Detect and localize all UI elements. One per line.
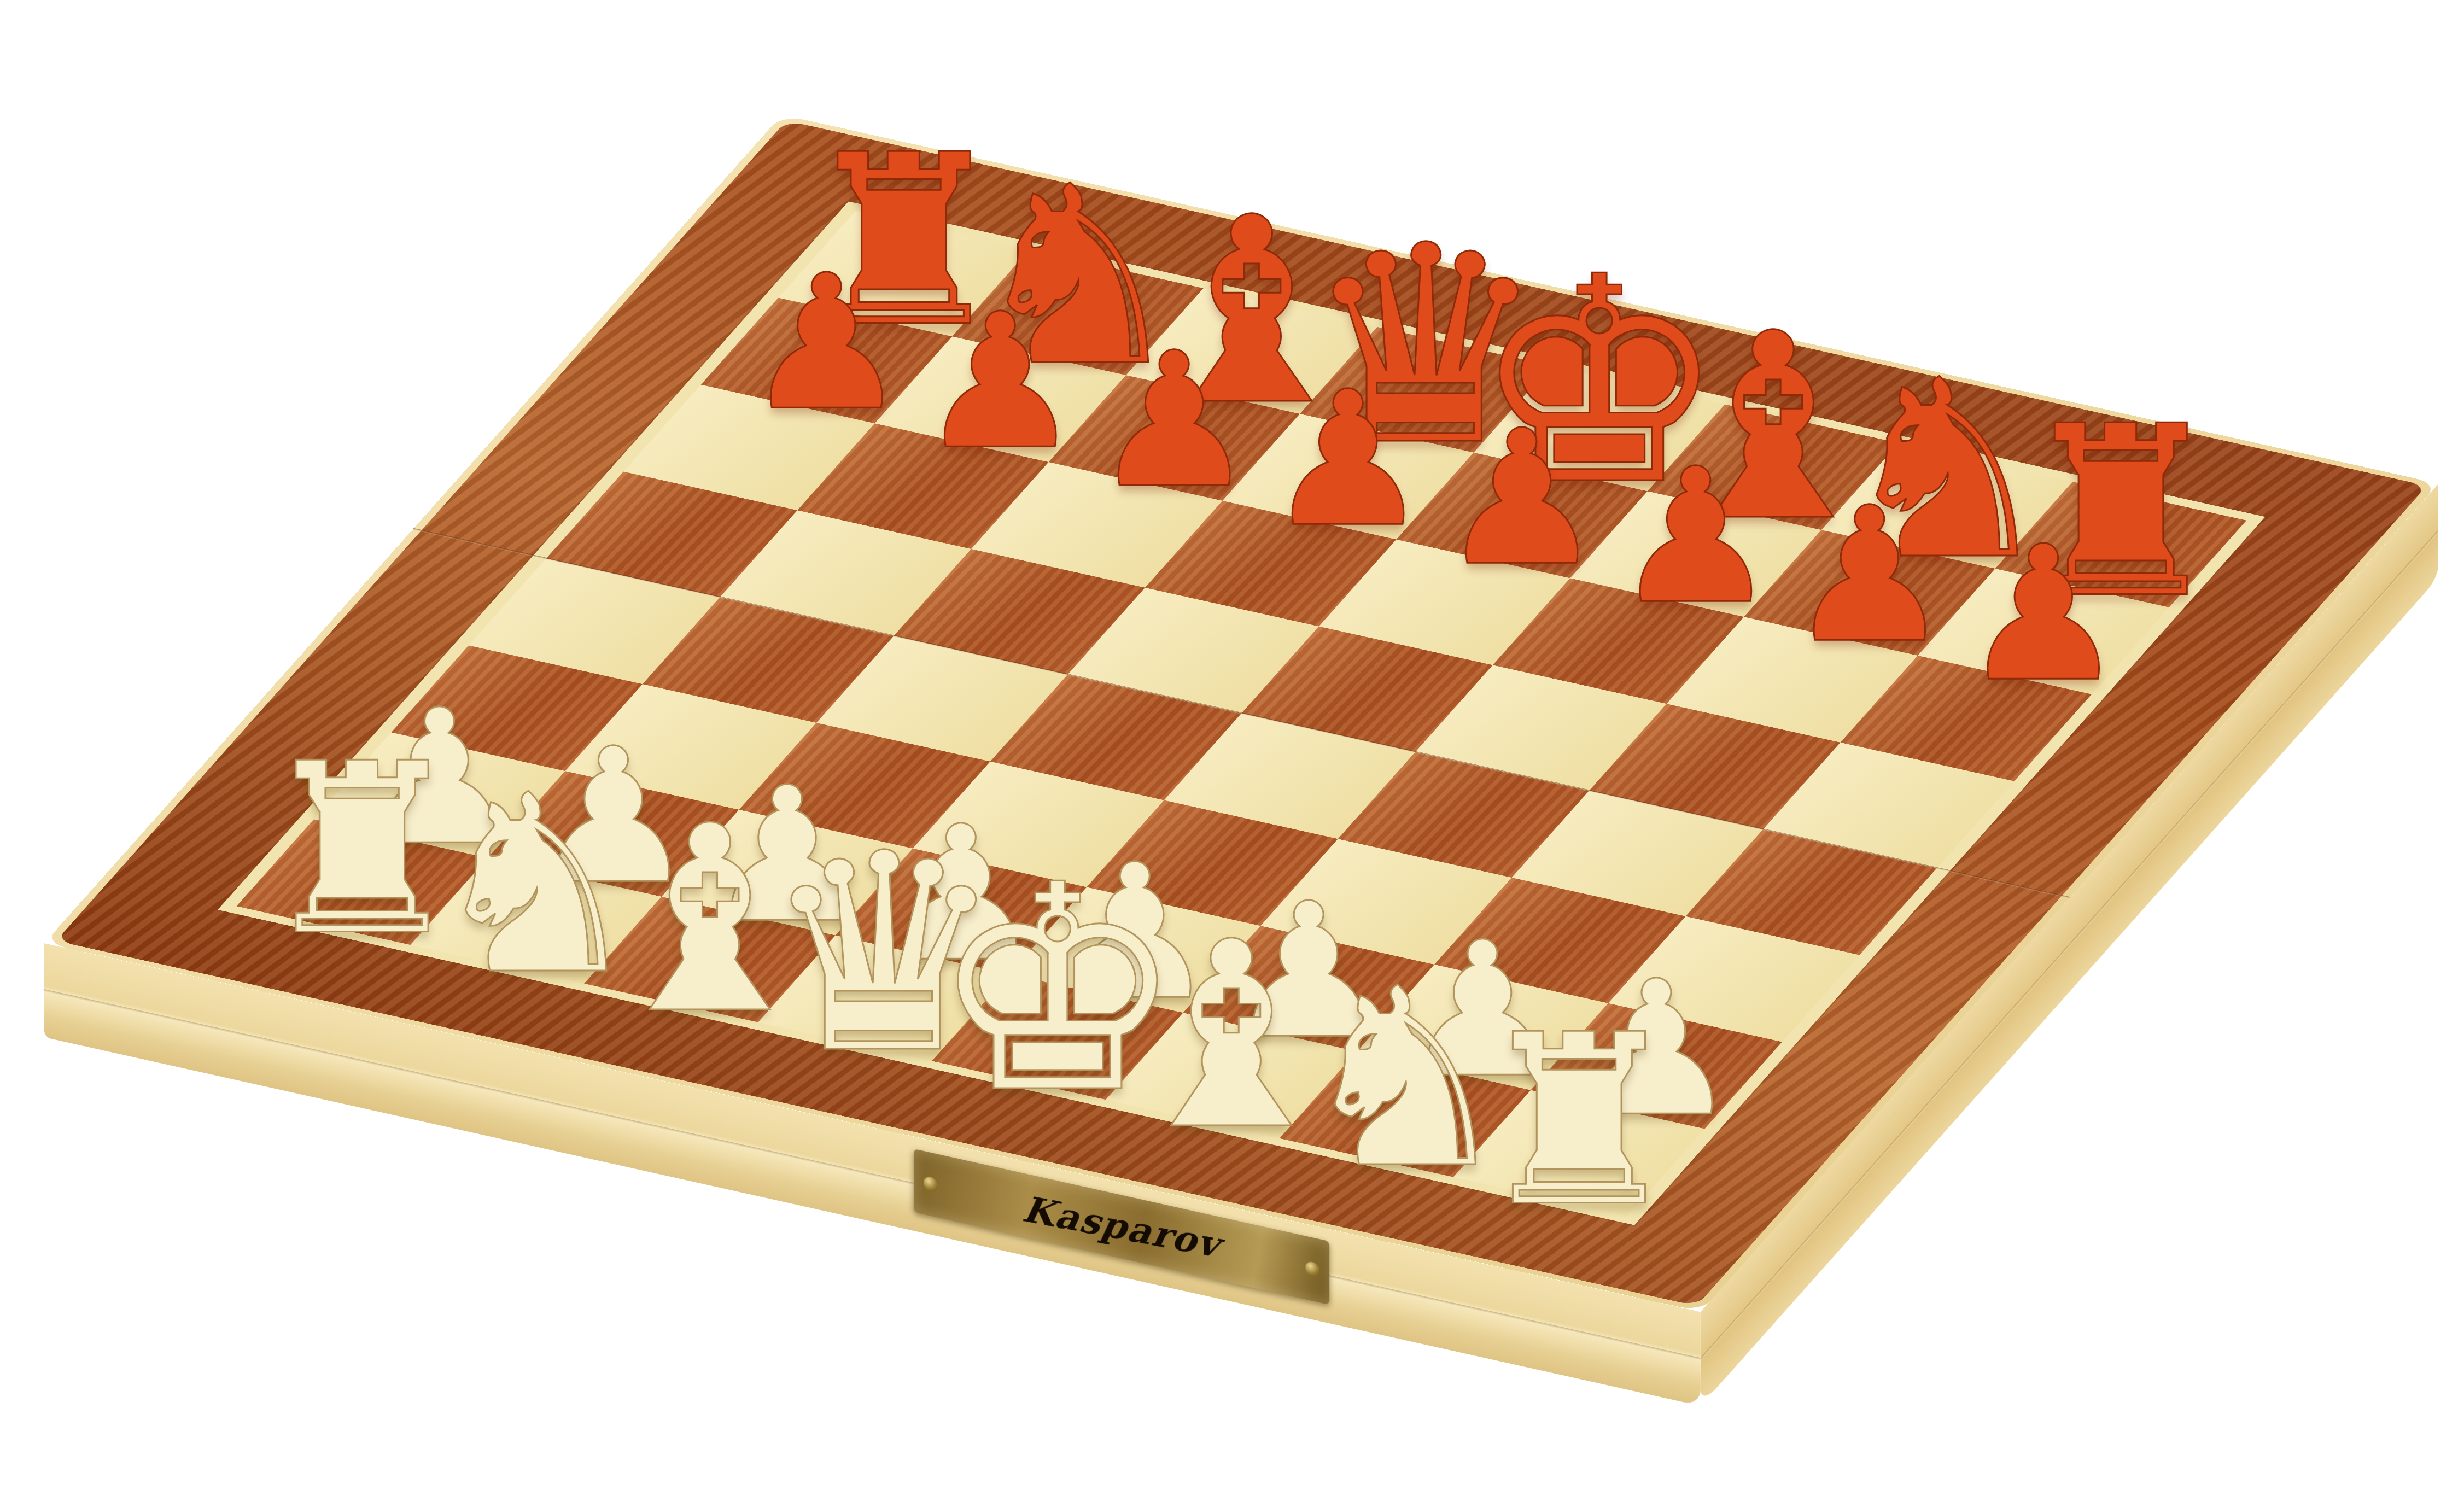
piece-red-pawn-h7: ♟ (1960, 521, 2127, 707)
piece-red-pawn-b7: ♟ (917, 289, 1084, 475)
piece-red-pawn-e7: ♟ (1439, 405, 1605, 591)
piece-red-pawn-a7: ♟ (743, 250, 910, 436)
piece-red-pawn-c7: ♟ (1091, 328, 1258, 513)
piece-red-pawn-g7: ♟ (1786, 482, 1953, 668)
piece-red-pawn-f7: ♟ (1613, 443, 1779, 629)
pieces-layer: ♜♞♝♛♚♝♞♜♟♟♟♟♟♟♟♟♟♟♟♟♟♟♟♟♜♞♝♛♚♝♞♜ (0, 0, 2464, 1490)
product-photo: Kasparov ♜♞♝♛♚♝♞♜♟♟♟♟♟♟♟♟♟♟♟♟♟♟♟♟♜♞♝♛♚♝♞… (0, 0, 2464, 1490)
piece-red-pawn-d7: ♟ (1265, 366, 1432, 552)
piece-white-rook-h1: ♜ (1474, 1003, 1685, 1238)
